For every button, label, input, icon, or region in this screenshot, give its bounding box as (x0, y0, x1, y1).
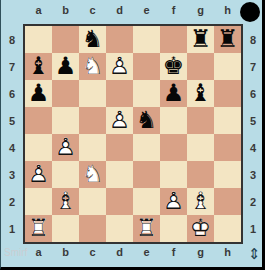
piece-black-bishop[interactable]: ♝ (187, 80, 214, 107)
rank-label-5: 5 (3, 107, 21, 134)
rank-label-8: 8 (244, 26, 262, 53)
square-c8[interactable]: ♞ (79, 26, 106, 53)
piece-black-pawn[interactable]: ♟ (160, 80, 187, 107)
rank-label-2: 2 (3, 188, 21, 215)
file-label-h: h (214, 246, 241, 262)
piece-outline-glyph: ♙ (25, 161, 52, 188)
file-label-a: a (25, 4, 52, 20)
file-label-e: e (133, 4, 160, 20)
square-d6[interactable] (106, 80, 133, 107)
square-a7[interactable]: ♝ (25, 53, 52, 80)
square-d7[interactable]: ♟♙ (106, 53, 133, 80)
piece-outline-glyph: ♖ (133, 215, 160, 242)
square-f3[interactable] (160, 161, 187, 188)
rank-label-7: 7 (3, 53, 21, 80)
square-b6[interactable] (52, 80, 79, 107)
square-h6[interactable] (214, 80, 241, 107)
piece-white-pawn[interactable]: ♟♙ (25, 161, 52, 188)
piece-black-rook[interactable]: ♜ (214, 26, 241, 53)
rank-label-3: 3 (3, 161, 21, 188)
square-e5[interactable]: ♞ (133, 107, 160, 134)
square-g3[interactable] (187, 161, 214, 188)
square-b1[interactable] (52, 215, 79, 242)
square-b8[interactable] (52, 26, 79, 53)
file-label-d: d (106, 4, 133, 20)
square-a4[interactable] (25, 134, 52, 161)
smirf-board-window: abcdefgh 87654321 87654321 ♞♜♜♝♟♞♘♟♙♚♟♟♝… (0, 0, 265, 270)
piece-outline-glyph: ♗ (187, 188, 214, 215)
square-c1[interactable] (79, 215, 106, 242)
piece-outline-glyph: ♙ (106, 53, 133, 80)
square-h7[interactable] (214, 53, 241, 80)
flip-board-icon[interactable]: ⇕ (246, 244, 262, 264)
rank-label-1: 1 (3, 215, 21, 242)
piece-black-pawn[interactable]: ♟ (52, 53, 79, 80)
square-c2[interactable] (79, 188, 106, 215)
square-c5[interactable] (79, 107, 106, 134)
square-c7[interactable]: ♞♘ (79, 53, 106, 80)
square-b7[interactable]: ♟ (52, 53, 79, 80)
piece-outline-glyph: ♙ (106, 107, 133, 134)
square-a5[interactable] (25, 107, 52, 134)
piece-white-rook[interactable]: ♜♖ (25, 215, 52, 242)
square-b4[interactable]: ♟♙ (52, 134, 79, 161)
piece-outline-glyph: ♗ (52, 188, 79, 215)
square-b5[interactable] (52, 107, 79, 134)
rank-label-8: 8 (3, 26, 21, 53)
square-f4[interactable] (160, 134, 187, 161)
piece-outline-glyph: ♖ (25, 215, 52, 242)
square-d8[interactable] (106, 26, 133, 53)
file-label-c: c (79, 246, 106, 262)
piece-white-pawn[interactable]: ♟♙ (160, 188, 187, 215)
square-a1[interactable]: ♜♖ (25, 215, 52, 242)
black-to-move-indicator (240, 2, 260, 22)
square-e8[interactable] (133, 26, 160, 53)
rank-labels-left: 87654321 (3, 26, 21, 242)
piece-black-bishop[interactable]: ♝ (25, 53, 52, 80)
rank-label-1: 1 (244, 215, 262, 242)
square-g7[interactable] (187, 53, 214, 80)
file-label-h: h (214, 4, 241, 20)
square-g8[interactable]: ♜ (187, 26, 214, 53)
file-label-f: f (160, 4, 187, 20)
file-label-d: d (106, 246, 133, 262)
file-label-c: c (79, 4, 106, 20)
piece-outline-glyph: ♔ (187, 215, 214, 242)
square-c6[interactable] (79, 80, 106, 107)
square-f5[interactable] (160, 107, 187, 134)
piece-outline-glyph: ♘ (79, 161, 106, 188)
rank-label-6: 6 (244, 80, 262, 107)
square-a6[interactable]: ♟ (25, 80, 52, 107)
file-label-b: b (52, 246, 79, 262)
file-label-g: g (187, 4, 214, 20)
piece-white-rook[interactable]: ♜♖ (133, 215, 160, 242)
square-f2[interactable]: ♟♙ (160, 188, 187, 215)
rank-label-3: 3 (244, 161, 262, 188)
chess-board: ♞♜♜♝♟♞♘♟♙♚♟♟♝♟♙♞♟♙♟♙♞♘♝♗♟♙♝♗♜♖♜♖♚♔ (23, 24, 243, 244)
piece-white-knight[interactable]: ♞♘ (79, 53, 106, 80)
piece-white-king[interactable]: ♚♔ (187, 215, 214, 242)
square-e7[interactable] (133, 53, 160, 80)
square-h4[interactable] (214, 134, 241, 161)
square-c3[interactable]: ♞♘ (79, 161, 106, 188)
square-h5[interactable] (214, 107, 241, 134)
piece-white-pawn[interactable]: ♟♙ (52, 134, 79, 161)
square-g4[interactable] (187, 134, 214, 161)
rank-label-4: 4 (3, 134, 21, 161)
piece-outline-glyph: ♘ (79, 53, 106, 80)
square-e3[interactable] (133, 161, 160, 188)
rank-label-7: 7 (244, 53, 262, 80)
file-label-g: g (187, 246, 214, 262)
piece-black-rook[interactable]: ♜ (187, 26, 214, 53)
square-a3[interactable]: ♟♙ (25, 161, 52, 188)
file-labels-bottom: abcdefgh (25, 246, 241, 262)
rank-label-6: 6 (3, 80, 21, 107)
piece-white-bishop[interactable]: ♝♗ (187, 188, 214, 215)
square-g2[interactable]: ♝♗ (187, 188, 214, 215)
square-e2[interactable] (133, 188, 160, 215)
piece-black-knight[interactable]: ♞ (79, 26, 106, 53)
square-h8[interactable]: ♜ (214, 26, 241, 53)
rank-label-5: 5 (244, 107, 262, 134)
file-labels-top: abcdefgh (25, 4, 241, 20)
square-f8[interactable] (160, 26, 187, 53)
square-f7[interactable]: ♚ (160, 53, 187, 80)
rank-labels-right: 87654321 (244, 26, 262, 242)
piece-white-bishop[interactable]: ♝♗ (52, 188, 79, 215)
square-d3[interactable] (106, 161, 133, 188)
square-a2[interactable] (25, 188, 52, 215)
square-h2[interactable] (214, 188, 241, 215)
piece-white-pawn[interactable]: ♟♙ (106, 53, 133, 80)
piece-outline-glyph: ♙ (160, 188, 187, 215)
square-f6[interactable]: ♟ (160, 80, 187, 107)
square-d5[interactable]: ♟♙ (106, 107, 133, 134)
piece-white-pawn[interactable]: ♟♙ (106, 107, 133, 134)
square-g1[interactable]: ♚♔ (187, 215, 214, 242)
square-g5[interactable] (187, 107, 214, 134)
square-g6[interactable]: ♝ (187, 80, 214, 107)
square-d1[interactable] (106, 215, 133, 242)
watermark: Smirf (4, 247, 27, 258)
rank-label-2: 2 (244, 188, 262, 215)
square-e6[interactable] (133, 80, 160, 107)
square-b3[interactable] (52, 161, 79, 188)
rank-label-4: 4 (244, 134, 262, 161)
piece-black-pawn[interactable]: ♟ (25, 80, 52, 107)
piece-black-king[interactable]: ♚ (160, 53, 187, 80)
square-e1[interactable]: ♜♖ (133, 215, 160, 242)
file-label-a: a (25, 246, 52, 262)
square-c4[interactable] (79, 134, 106, 161)
square-h3[interactable] (214, 161, 241, 188)
square-f1[interactable] (160, 215, 187, 242)
square-d4[interactable] (106, 134, 133, 161)
square-e4[interactable] (133, 134, 160, 161)
piece-outline-glyph: ♙ (52, 134, 79, 161)
square-b2[interactable]: ♝♗ (52, 188, 79, 215)
file-label-f: f (160, 246, 187, 262)
square-d2[interactable] (106, 188, 133, 215)
square-a8[interactable] (25, 26, 52, 53)
piece-white-knight[interactable]: ♞♘ (79, 161, 106, 188)
file-label-b: b (52, 4, 79, 20)
piece-black-knight[interactable]: ♞ (133, 107, 160, 134)
file-label-e: e (133, 246, 160, 262)
square-h1[interactable] (214, 215, 241, 242)
